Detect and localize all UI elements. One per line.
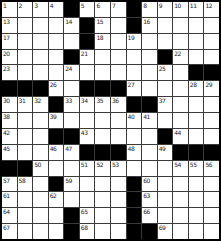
cell-r9c6[interactable]: 43 [80, 129, 95, 144]
clue-number: 12 [205, 2, 212, 9]
black-cell-r10c12 [173, 145, 188, 160]
cell-r10c10[interactable] [142, 145, 157, 160]
clue-number: 6 [96, 2, 99, 9]
cell-r2c1[interactable]: 13 [2, 18, 17, 33]
cell-r5c10[interactable] [142, 65, 157, 80]
cell-r13c10[interactable]: 63 [142, 192, 157, 207]
clue-number: 34 [81, 97, 88, 104]
cell-r10c2[interactable] [18, 145, 33, 160]
cell-r8c14[interactable] [204, 113, 219, 128]
cell-r5c8[interactable] [111, 65, 126, 80]
cell-r15c1[interactable]: 67 [2, 224, 17, 239]
clue-number: 24 [65, 65, 72, 72]
cell-r11c4[interactable] [49, 161, 64, 176]
cell-r15c12[interactable] [173, 224, 188, 239]
clue-number: 22 [174, 50, 181, 57]
cell-r12c11[interactable] [158, 177, 173, 192]
cell-r1c7[interactable]: 6 [95, 2, 110, 17]
clue-number: 3 [34, 2, 37, 9]
cell-r13c6[interactable] [80, 192, 95, 207]
cell-r3c1[interactable]: 17 [2, 34, 17, 49]
black-cell-r7c10 [142, 97, 157, 112]
clue-number: 29 [205, 81, 212, 88]
cell-r9c13[interactable] [189, 129, 204, 144]
cell-r4c7[interactable] [95, 50, 110, 65]
cell-r6c10[interactable] [142, 81, 157, 96]
cell-r8c5[interactable] [64, 113, 79, 128]
cell-r12c1[interactable]: 57 [2, 177, 17, 192]
clue-number: 59 [65, 177, 72, 184]
black-cell-r6c7 [95, 81, 110, 96]
cell-r2c2[interactable] [18, 18, 33, 33]
cell-r15c8[interactable] [111, 224, 126, 239]
cell-r3c13[interactable] [189, 34, 204, 49]
cell-r15c4[interactable] [49, 224, 64, 239]
cell-r11c12[interactable]: 54 [173, 161, 188, 176]
cell-r8c11[interactable] [158, 113, 173, 128]
black-cell-r5c13 [189, 65, 204, 80]
cell-r14c13[interactable] [189, 208, 204, 223]
cell-r12c12[interactable] [173, 177, 188, 192]
clue-number: 44 [174, 129, 181, 136]
cell-r13c2[interactable] [18, 192, 33, 207]
black-cell-r4c5 [64, 50, 79, 65]
clue-number: 1 [3, 2, 6, 9]
crossword-grid: 1234567891011121314151617181920212223242… [0, 0, 221, 241]
clue-number: 65 [81, 208, 88, 215]
cell-r14c4[interactable] [49, 208, 64, 223]
cell-r7c5[interactable]: 33 [64, 97, 79, 112]
cell-r9c10[interactable] [142, 129, 157, 144]
cell-r11c11[interactable] [158, 161, 173, 176]
cell-r4c1[interactable]: 20 [2, 50, 17, 65]
cell-r14c3[interactable] [33, 208, 48, 223]
clue-number: 38 [3, 113, 10, 120]
black-cell-r6c6 [80, 81, 95, 96]
cell-r8c6[interactable] [80, 113, 95, 128]
cell-r4c13[interactable] [189, 50, 204, 65]
black-cell-r10c7 [95, 145, 110, 160]
clue-number: 50 [34, 161, 41, 168]
cell-r11c9[interactable] [127, 161, 142, 176]
cell-r1c8[interactable]: 7 [111, 2, 126, 17]
cell-r8c8[interactable] [111, 113, 126, 128]
clue-number: 27 [128, 81, 135, 88]
clue-number: 8 [143, 2, 146, 9]
clue-number: 16 [143, 18, 150, 25]
cell-r11c7[interactable]: 52 [95, 161, 110, 176]
black-cell-r10c6 [80, 145, 95, 160]
cell-r1c13[interactable]: 11 [189, 2, 204, 17]
cell-r7c14[interactable] [204, 97, 219, 112]
cell-r11c8[interactable]: 53 [111, 161, 126, 176]
cell-r3c10[interactable] [142, 34, 157, 49]
cell-r10c11[interactable]: 49 [158, 145, 173, 160]
cell-r2c5[interactable]: 14 [64, 18, 79, 33]
clue-number: 63 [143, 192, 150, 199]
black-cell-r7c4 [49, 97, 64, 112]
clue-number: 15 [96, 18, 103, 25]
cell-r9c7[interactable] [95, 129, 110, 144]
black-cell-r11c1 [2, 161, 17, 176]
cell-r7c13[interactable] [189, 97, 204, 112]
clue-number: 4 [50, 2, 53, 9]
cell-r9c14[interactable] [204, 129, 219, 144]
clue-number: 39 [50, 113, 57, 120]
cell-r8c9[interactable]: 40 [127, 113, 142, 128]
clue-number: 54 [174, 161, 181, 168]
cell-r12c14[interactable] [204, 177, 219, 192]
cell-r14c6[interactable]: 65 [80, 208, 95, 223]
cell-r1c6[interactable]: 5 [80, 2, 95, 17]
cell-r3c12[interactable] [173, 34, 188, 49]
clue-number: 35 [96, 97, 103, 104]
cell-r6c4[interactable]: 26 [49, 81, 64, 96]
cell-r7c12[interactable] [173, 97, 188, 112]
cell-r13c13[interactable] [189, 192, 204, 207]
clue-number: 37 [159, 97, 166, 104]
cell-r12c5[interactable]: 59 [64, 177, 79, 192]
cell-r2c13[interactable] [189, 18, 204, 33]
black-cell-r2c6 [80, 18, 95, 33]
black-cell-r12c9 [127, 177, 142, 192]
black-cell-r14c5 [64, 208, 79, 223]
clue-number: 67 [3, 224, 10, 231]
cell-r2c4[interactable] [49, 18, 64, 33]
cell-r15c6[interactable]: 68 [80, 224, 95, 239]
cell-r5c6[interactable] [80, 65, 95, 80]
cell-r11c10[interactable] [142, 161, 157, 176]
black-cell-r11c2 [18, 161, 33, 176]
cell-r7c3[interactable]: 32 [33, 97, 48, 112]
cell-r4c3[interactable] [33, 50, 48, 65]
black-cell-r12c4 [49, 177, 64, 192]
clue-number: 46 [50, 145, 57, 152]
cell-r14c1[interactable]: 64 [2, 208, 17, 223]
clue-number: 45 [3, 145, 10, 152]
cell-r3c14[interactable] [204, 34, 219, 49]
black-cell-r9c5 [64, 129, 79, 144]
cell-r7c8[interactable]: 36 [111, 97, 126, 112]
cell-r1c2[interactable]: 2 [18, 2, 33, 17]
cell-r3c7[interactable]: 18 [95, 34, 110, 49]
black-cell-r4c11 [158, 50, 173, 65]
cell-r12c6[interactable] [80, 177, 95, 192]
clue-number: 52 [96, 161, 103, 168]
cell-r14c2[interactable] [18, 208, 33, 223]
cell-r13c1[interactable]: 61 [2, 192, 17, 207]
cell-r11c14[interactable]: 56 [204, 161, 219, 176]
clue-number: 49 [159, 145, 166, 152]
clue-number: 60 [143, 177, 150, 184]
clue-number: 48 [128, 145, 135, 152]
cell-r11c3[interactable]: 50 [33, 161, 48, 176]
clue-number: 33 [65, 97, 72, 104]
cell-r1c4[interactable]: 4 [49, 2, 64, 17]
cell-r8c3[interactable] [33, 113, 48, 128]
cell-r15c13[interactable] [189, 224, 204, 239]
cell-r15c14[interactable] [204, 224, 219, 239]
cell-r5c2[interactable] [18, 65, 33, 80]
cell-r6c11[interactable] [158, 81, 173, 96]
cell-r15c11[interactable]: 69 [158, 224, 173, 239]
clue-number: 26 [50, 81, 57, 88]
cell-r10c5[interactable]: 47 [64, 145, 79, 160]
clue-number: 14 [65, 18, 72, 25]
clue-number: 56 [205, 161, 212, 168]
clue-number: 2 [19, 2, 22, 9]
cell-r1c12[interactable]: 10 [173, 2, 188, 17]
cell-r4c12[interactable]: 22 [173, 50, 188, 65]
cell-r10c9[interactable]: 48 [127, 145, 142, 160]
cell-r6c9[interactable]: 27 [127, 81, 142, 96]
black-cell-r1c5 [64, 2, 79, 17]
black-cell-r10c8 [111, 145, 126, 160]
cell-r8c10[interactable]: 41 [142, 113, 157, 128]
black-cell-r15c10 [142, 224, 157, 239]
cell-r11c13[interactable]: 55 [189, 161, 204, 176]
clue-number: 66 [143, 208, 150, 215]
cell-r5c9[interactable] [127, 65, 142, 80]
clue-number: 23 [3, 65, 10, 72]
cell-r11c6[interactable]: 51 [80, 161, 95, 176]
cell-r2c14[interactable] [204, 18, 219, 33]
cell-r3c5[interactable] [64, 34, 79, 49]
cell-r2c7[interactable]: 15 [95, 18, 110, 33]
cell-r3c9[interactable]: 19 [127, 34, 142, 49]
clue-number: 53 [112, 161, 119, 168]
cell-r7c7[interactable]: 35 [95, 97, 110, 112]
cell-r9c2[interactable] [18, 129, 33, 144]
black-cell-r14c9 [127, 208, 142, 223]
cell-r14c8[interactable] [111, 208, 126, 223]
clue-number: 36 [112, 97, 119, 104]
cell-r3c2[interactable] [18, 34, 33, 49]
cell-r12c13[interactable] [189, 177, 204, 192]
cell-r10c1[interactable]: 45 [2, 145, 17, 160]
clue-number: 40 [128, 113, 135, 120]
cell-r6c13[interactable]: 28 [189, 81, 204, 96]
black-cell-r9c4 [49, 129, 64, 144]
clue-number: 7 [112, 2, 115, 9]
cell-r15c7[interactable] [95, 224, 110, 239]
cell-r4c2[interactable] [18, 50, 33, 65]
cell-r4c14[interactable] [204, 50, 219, 65]
cell-r10c3[interactable] [33, 145, 48, 160]
cell-r5c3[interactable] [33, 65, 48, 80]
cell-r7c6[interactable]: 34 [80, 97, 95, 112]
clue-number: 41 [143, 113, 150, 120]
cell-r3c4[interactable] [49, 34, 64, 49]
clue-number: 31 [19, 97, 26, 104]
clue-number: 13 [3, 18, 10, 25]
cell-r10c4[interactable]: 46 [49, 145, 64, 160]
cell-r11c5[interactable] [64, 161, 79, 176]
cell-r5c4[interactable] [49, 65, 64, 80]
cell-r1c14[interactable]: 12 [204, 2, 219, 17]
cell-r13c4[interactable]: 62 [49, 192, 64, 207]
cell-r7c11[interactable]: 37 [158, 97, 173, 112]
cell-r4c10[interactable] [142, 50, 157, 65]
clue-number: 18 [96, 34, 103, 41]
cell-r9c9[interactable] [127, 129, 142, 144]
cell-r14c14[interactable] [204, 208, 219, 223]
cell-r14c12[interactable] [173, 208, 188, 223]
cell-r4c6[interactable]: 21 [80, 50, 95, 65]
cell-r13c12[interactable] [173, 192, 188, 207]
cell-r2c11[interactable] [158, 18, 173, 33]
clue-number: 21 [81, 50, 88, 57]
cell-r8c13[interactable] [189, 113, 204, 128]
cell-r12c3[interactable] [33, 177, 48, 192]
clue-number: 61 [3, 192, 10, 199]
black-cell-r6c3 [33, 81, 48, 96]
clue-number: 28 [190, 81, 197, 88]
clue-number: 11 [190, 2, 197, 9]
clue-number: 17 [3, 34, 10, 41]
black-cell-r10c13 [189, 145, 204, 160]
cell-r9c3[interactable] [33, 129, 48, 144]
black-cell-r15c9 [127, 224, 142, 239]
cell-r12c10[interactable]: 60 [142, 177, 157, 192]
cell-r6c14[interactable]: 29 [204, 81, 219, 96]
cell-r8c7[interactable] [95, 113, 110, 128]
cell-r2c12[interactable] [173, 18, 188, 33]
black-cell-r6c1 [2, 81, 17, 96]
cell-r5c5[interactable]: 24 [64, 65, 79, 80]
cell-r14c10[interactable]: 66 [142, 208, 157, 223]
black-cell-r6c8 [111, 81, 126, 96]
clue-number: 10 [174, 2, 181, 9]
cell-r13c14[interactable] [204, 192, 219, 207]
cell-r2c8[interactable] [111, 18, 126, 33]
cell-r12c8[interactable] [111, 177, 126, 192]
cell-r4c4[interactable] [49, 50, 64, 65]
clue-number: 19 [128, 34, 135, 41]
cell-r7c1[interactable]: 30 [2, 97, 17, 112]
clue-number: 20 [3, 50, 10, 57]
cell-r6c12[interactable] [173, 81, 188, 96]
clue-number: 9 [159, 2, 162, 9]
cell-r1c3[interactable]: 3 [33, 2, 48, 17]
cell-r12c7[interactable] [95, 177, 110, 192]
cell-r8c12[interactable] [173, 113, 188, 128]
clue-number: 25 [159, 65, 166, 72]
cell-r14c7[interactable] [95, 208, 110, 223]
cell-r8c2[interactable] [18, 113, 33, 128]
black-cell-r9c11 [158, 129, 173, 144]
cell-r1c10[interactable]: 8 [142, 2, 157, 17]
cell-r3c3[interactable] [33, 34, 48, 49]
cell-r3c11[interactable] [158, 34, 173, 49]
cell-r13c3[interactable] [33, 192, 48, 207]
cell-r5c7[interactable] [95, 65, 110, 80]
cell-r9c12[interactable]: 44 [173, 129, 188, 144]
cell-r4c9[interactable] [127, 50, 142, 65]
cell-r1c11[interactable]: 9 [158, 2, 173, 17]
cell-r14c11[interactable] [158, 208, 173, 223]
cell-r2c10[interactable]: 16 [142, 18, 157, 33]
cell-r5c11[interactable]: 25 [158, 65, 173, 80]
cell-r4c8[interactable] [111, 50, 126, 65]
cell-r2c3[interactable] [33, 18, 48, 33]
cell-r9c1[interactable]: 42 [2, 129, 17, 144]
cell-r13c8[interactable] [111, 192, 126, 207]
cell-r13c5[interactable] [64, 192, 79, 207]
cell-r5c1[interactable]: 23 [2, 65, 17, 80]
black-cell-r5c14 [204, 65, 219, 80]
cell-r15c3[interactable] [33, 224, 48, 239]
clue-number: 30 [3, 97, 10, 104]
clue-number: 62 [50, 192, 57, 199]
cell-r15c2[interactable] [18, 224, 33, 239]
cell-r1c1[interactable]: 1 [2, 2, 17, 17]
cell-r3c8[interactable] [111, 34, 126, 49]
cell-r8c1[interactable]: 38 [2, 113, 17, 128]
cell-r8c4[interactable]: 39 [49, 113, 64, 128]
black-cell-r7c9 [127, 97, 142, 112]
clue-number: 43 [81, 129, 88, 136]
cell-r5c12[interactable] [173, 65, 188, 80]
clue-number: 32 [34, 97, 41, 104]
black-cell-r1c9 [127, 2, 142, 17]
clue-number: 64 [3, 208, 10, 215]
clue-number: 42 [3, 129, 10, 136]
clue-number: 51 [81, 161, 88, 168]
black-cell-r10c14 [204, 145, 219, 160]
clue-number: 58 [19, 177, 26, 184]
cell-r6c5[interactable] [64, 81, 79, 96]
cell-r13c11[interactable] [158, 192, 173, 207]
clue-number: 55 [190, 161, 197, 168]
cell-r7c2[interactable]: 31 [18, 97, 33, 112]
cell-r12c2[interactable]: 58 [18, 177, 33, 192]
cell-r13c7[interactable] [95, 192, 110, 207]
clue-number: 57 [3, 177, 10, 184]
clue-number: 47 [65, 145, 72, 152]
clue-number: 5 [81, 2, 84, 9]
cell-r9c8[interactable] [111, 129, 126, 144]
black-cell-r3c6 [80, 34, 95, 49]
black-cell-r13c9 [127, 192, 142, 207]
clue-number: 69 [159, 224, 166, 231]
black-cell-r6c2 [18, 81, 33, 96]
clue-number: 68 [81, 224, 88, 231]
black-cell-r15c5 [64, 224, 79, 239]
black-cell-r2c9 [127, 18, 142, 33]
